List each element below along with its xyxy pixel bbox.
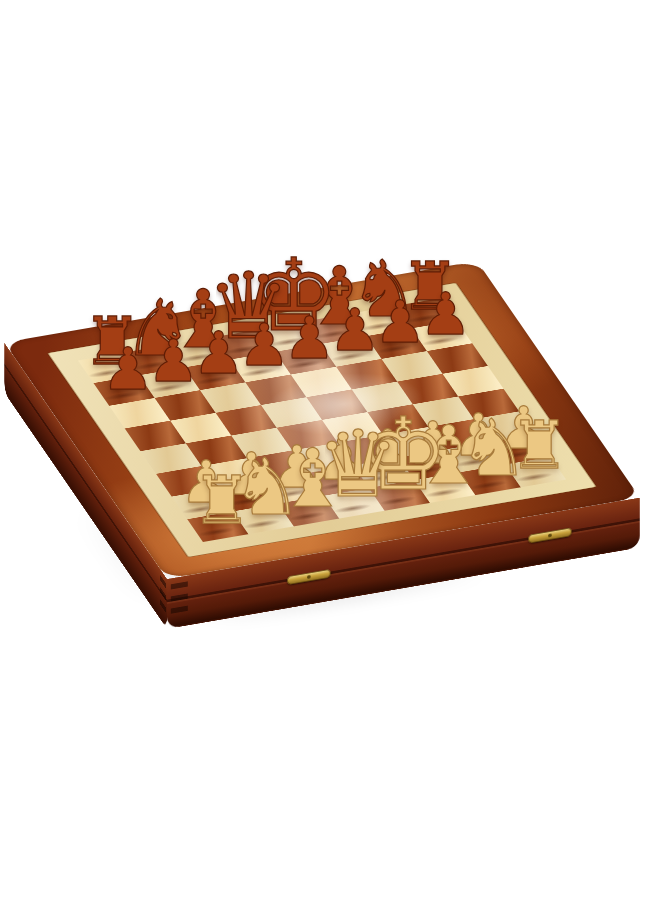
product-photo-scene: ♜♞♝♛♚♝♞♜♟♟♟♟♟♟♟♟♟♟♟♟♟♟♟♟♜♞♝♛♚♝♞♜ xyxy=(0,0,660,900)
chess-box: ♜♞♝♛♚♝♞♜♟♟♟♟♟♟♟♟♟♟♟♟♟♟♟♟♜♞♝♛♚♝♞♜ xyxy=(4,261,640,579)
